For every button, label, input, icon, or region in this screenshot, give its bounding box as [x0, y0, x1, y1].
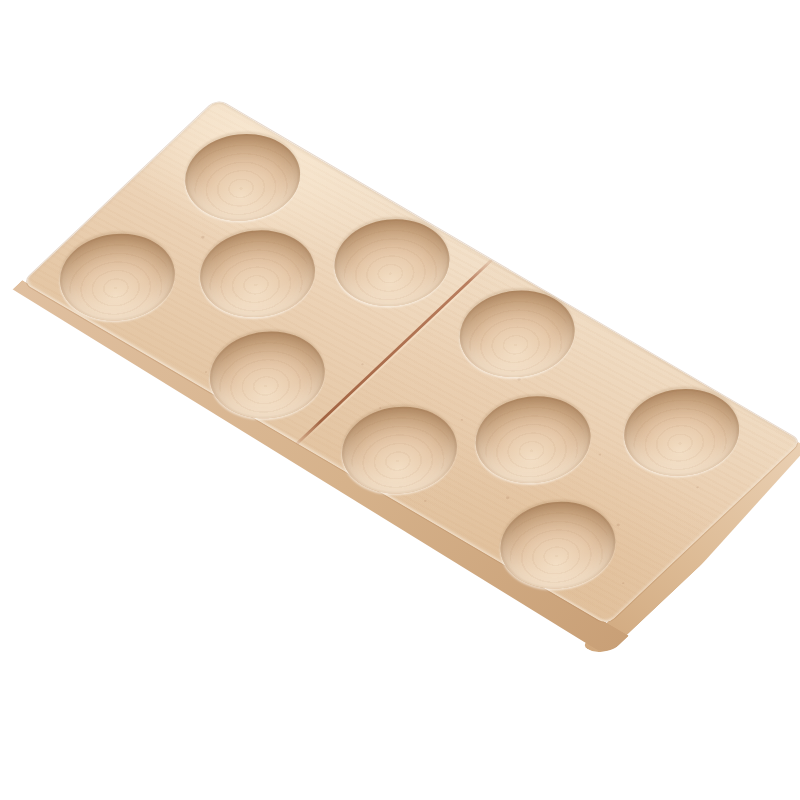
wood-speckle	[204, 371, 208, 374]
scene	[0, 0, 800, 800]
pit-L-TL[interactable]	[162, 117, 324, 238]
pit-L-C[interactable]	[177, 213, 339, 334]
pit-L-BL[interactable]	[37, 216, 199, 337]
wood-speckle	[361, 363, 364, 365]
mancala-board	[23, 99, 800, 625]
wood-speckle	[200, 235, 205, 239]
page: { "meta": { "title": "Wooden ten-pit cou…	[0, 0, 800, 800]
